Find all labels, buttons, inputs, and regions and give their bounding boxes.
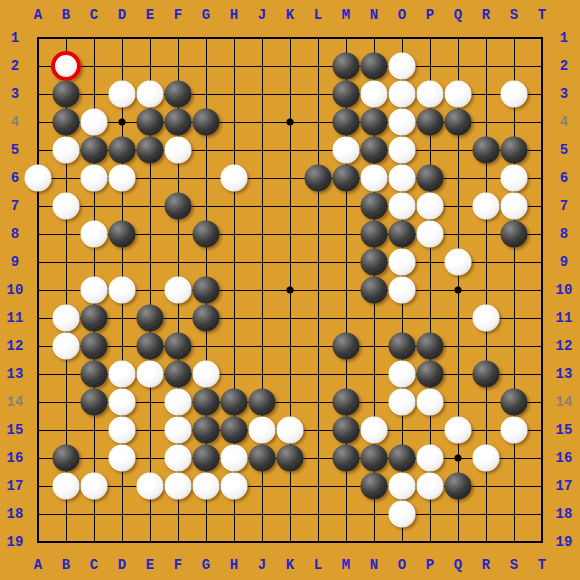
stone-white-O18 [389, 501, 416, 528]
col-label-bottom-T: T [538, 557, 546, 573]
stone-white-F5 [165, 137, 192, 164]
stone-white-O2 [389, 53, 416, 80]
stone-black-S8 [501, 221, 528, 248]
row-label-left-4: 4 [11, 114, 19, 130]
row-label-right-9: 9 [560, 254, 568, 270]
grid-line [38, 318, 543, 319]
stone-white-C6 [81, 165, 108, 192]
stone-white-D16 [109, 445, 136, 472]
stone-black-F4 [165, 109, 192, 136]
stone-black-C5 [81, 137, 108, 164]
stone-black-E4 [137, 109, 164, 136]
stone-white-A6 [25, 165, 52, 192]
stone-white-D10 [109, 277, 136, 304]
stone-black-S5 [501, 137, 528, 164]
row-label-right-10: 10 [556, 282, 573, 298]
stone-black-R13 [473, 361, 500, 388]
col-label-top-D: D [118, 7, 126, 23]
stone-black-C12 [81, 333, 108, 360]
stone-white-B11 [53, 305, 80, 332]
stone-black-G14 [193, 389, 220, 416]
col-label-bottom-M: M [342, 557, 350, 573]
row-label-right-8: 8 [560, 226, 568, 242]
stone-black-E11 [137, 305, 164, 332]
stone-white-B12 [53, 333, 80, 360]
col-label-top-O: O [398, 7, 406, 23]
col-label-top-G: G [202, 7, 210, 23]
col-label-top-H: H [230, 7, 238, 23]
row-label-right-12: 12 [556, 338, 573, 354]
stone-black-N10 [361, 277, 388, 304]
stone-white-Q9 [445, 249, 472, 276]
stone-black-S14 [501, 389, 528, 416]
stone-white-O17 [389, 473, 416, 500]
star-point-D4 [119, 119, 126, 126]
col-label-bottom-G: G [202, 557, 210, 573]
col-label-bottom-D: D [118, 557, 126, 573]
row-label-left-9: 9 [11, 254, 19, 270]
star-point-K10 [287, 287, 294, 294]
stone-black-G15 [193, 417, 220, 444]
stone-white-K15 [277, 417, 304, 444]
row-label-right-17: 17 [556, 478, 573, 494]
grid-line [514, 38, 515, 543]
stone-black-P6 [417, 165, 444, 192]
stone-white-P3 [417, 81, 444, 108]
col-label-top-T: T [538, 7, 546, 23]
stone-black-M2 [333, 53, 360, 80]
row-label-left-14: 14 [7, 394, 24, 410]
stone-black-G11 [193, 305, 220, 332]
col-label-top-N: N [370, 7, 378, 23]
grid-line [38, 542, 543, 543]
stone-black-C11 [81, 305, 108, 332]
row-label-right-4: 4 [560, 114, 568, 130]
row-label-left-18: 18 [7, 506, 24, 522]
row-label-left-3: 3 [11, 86, 19, 102]
row-label-right-2: 2 [560, 58, 568, 74]
row-label-right-18: 18 [556, 506, 573, 522]
col-label-bottom-P: P [426, 557, 434, 573]
stone-black-G4 [193, 109, 220, 136]
stone-black-B3 [53, 81, 80, 108]
row-label-left-6: 6 [11, 170, 19, 186]
stone-black-D5 [109, 137, 136, 164]
stone-black-H15 [221, 417, 248, 444]
col-label-top-S: S [510, 7, 518, 23]
col-label-bottom-A: A [34, 557, 42, 573]
stone-black-N7 [361, 193, 388, 220]
stone-white-Q15 [445, 417, 472, 444]
stone-white-R7 [473, 193, 500, 220]
col-label-bottom-O: O [398, 557, 406, 573]
stone-black-M4 [333, 109, 360, 136]
stone-white-C8 [81, 221, 108, 248]
row-label-right-15: 15 [556, 422, 573, 438]
row-label-right-1: 1 [560, 30, 568, 46]
grid-line [38, 514, 543, 515]
col-label-bottom-K: K [286, 557, 294, 573]
stone-white-B17 [53, 473, 80, 500]
row-label-left-13: 13 [7, 366, 24, 382]
col-label-top-A: A [34, 7, 42, 23]
row-label-left-16: 16 [7, 450, 24, 466]
row-label-left-15: 15 [7, 422, 24, 438]
stone-black-Q4 [445, 109, 472, 136]
col-label-bottom-Q: Q [454, 557, 462, 573]
row-label-left-19: 19 [7, 534, 24, 550]
row-label-left-17: 17 [7, 478, 24, 494]
stone-black-R5 [473, 137, 500, 164]
col-label-bottom-B: B [62, 557, 70, 573]
stone-white-P7 [417, 193, 444, 220]
stone-black-M14 [333, 389, 360, 416]
stone-white-N15 [361, 417, 388, 444]
row-label-left-2: 2 [11, 58, 19, 74]
col-label-top-K: K [286, 7, 294, 23]
star-point-Q10 [455, 287, 462, 294]
grid-line [38, 346, 543, 347]
col-label-bottom-C: C [90, 557, 98, 573]
col-label-top-P: P [426, 7, 434, 23]
row-label-right-19: 19 [556, 534, 573, 550]
row-label-right-13: 13 [556, 366, 573, 382]
stone-white-D14 [109, 389, 136, 416]
stone-black-G10 [193, 277, 220, 304]
stone-white-O7 [389, 193, 416, 220]
stone-black-J14 [249, 389, 276, 416]
grid-line [542, 38, 543, 543]
row-label-right-3: 3 [560, 86, 568, 102]
stone-white-O4 [389, 109, 416, 136]
row-label-right-16: 16 [556, 450, 573, 466]
stone-black-G16 [193, 445, 220, 472]
stone-white-C4 [81, 109, 108, 136]
stone-black-J16 [249, 445, 276, 472]
stone-white-P16 [417, 445, 444, 472]
stone-white-O3 [389, 81, 416, 108]
row-label-left-5: 5 [11, 142, 19, 158]
stone-white-O14 [389, 389, 416, 416]
row-label-right-6: 6 [560, 170, 568, 186]
stone-black-F13 [165, 361, 192, 388]
col-label-bottom-J: J [258, 557, 266, 573]
col-label-top-E: E [146, 7, 154, 23]
stone-black-N4 [361, 109, 388, 136]
stone-black-C13 [81, 361, 108, 388]
stone-black-N17 [361, 473, 388, 500]
col-label-bottom-R: R [482, 557, 490, 573]
row-label-right-5: 5 [560, 142, 568, 158]
stone-black-N9 [361, 249, 388, 276]
col-label-top-C: C [90, 7, 98, 23]
stone-white-S3 [501, 81, 528, 108]
stone-white-O5 [389, 137, 416, 164]
stone-black-D8 [109, 221, 136, 248]
stone-black-N5 [361, 137, 388, 164]
stone-black-M3 [333, 81, 360, 108]
stone-black-P13 [417, 361, 444, 388]
stone-white-B5 [53, 137, 80, 164]
stone-white-F10 [165, 277, 192, 304]
stone-white-Q3 [445, 81, 472, 108]
stone-white-O10 [389, 277, 416, 304]
row-label-left-8: 8 [11, 226, 19, 242]
row-label-left-1: 1 [11, 30, 19, 46]
stone-white-F17 [165, 473, 192, 500]
stone-white-E3 [137, 81, 164, 108]
stone-black-N8 [361, 221, 388, 248]
stone-black-H14 [221, 389, 248, 416]
stone-white-H6 [221, 165, 248, 192]
col-label-bottom-L: L [314, 557, 322, 573]
stone-black-F7 [165, 193, 192, 220]
star-point-K4 [287, 119, 294, 126]
stone-white-F14 [165, 389, 192, 416]
row-label-right-11: 11 [556, 310, 573, 326]
stone-white-D6 [109, 165, 136, 192]
stone-white-N6 [361, 165, 388, 192]
stone-white-R11 [473, 305, 500, 332]
stone-black-M12 [333, 333, 360, 360]
stone-white-D15 [109, 417, 136, 444]
stone-white-S6 [501, 165, 528, 192]
col-label-bottom-F: F [174, 557, 182, 573]
row-label-left-11: 11 [7, 310, 24, 326]
stone-white-H16 [221, 445, 248, 472]
stone-black-B4 [53, 109, 80, 136]
stone-white-C17 [81, 473, 108, 500]
stone-black-L6 [305, 165, 332, 192]
stone-black-C14 [81, 389, 108, 416]
grid-line [318, 38, 319, 543]
col-label-bottom-H: H [230, 557, 238, 573]
col-label-top-Q: Q [454, 7, 462, 23]
stone-white-P14 [417, 389, 444, 416]
stone-black-N16 [361, 445, 388, 472]
stone-black-O12 [389, 333, 416, 360]
stone-white-N3 [361, 81, 388, 108]
stone-black-M15 [333, 417, 360, 444]
col-label-top-M: M [342, 7, 350, 23]
stone-white-B7 [53, 193, 80, 220]
stone-white-F16 [165, 445, 192, 472]
stone-black-E5 [137, 137, 164, 164]
go-board[interactable]: AABBCCDDEEFFGGHHJJKKLLMMNNOOPPQQRRSSTT11… [0, 0, 580, 580]
stone-white-M5 [333, 137, 360, 164]
stone-black-Q17 [445, 473, 472, 500]
stone-white-S7 [501, 193, 528, 220]
stone-white-F15 [165, 417, 192, 444]
col-label-top-B: B [62, 7, 70, 23]
row-label-left-12: 12 [7, 338, 24, 354]
stone-black-N2 [361, 53, 388, 80]
col-label-top-L: L [314, 7, 322, 23]
stone-black-O8 [389, 221, 416, 248]
row-label-left-7: 7 [11, 198, 19, 214]
stone-black-G8 [193, 221, 220, 248]
stone-white-P17 [417, 473, 444, 500]
stone-black-B16 [53, 445, 80, 472]
stone-white-O9 [389, 249, 416, 276]
stone-white-O13 [389, 361, 416, 388]
stone-white-H17 [221, 473, 248, 500]
stone-white-E13 [137, 361, 164, 388]
stone-white-G17 [193, 473, 220, 500]
stone-black-E12 [137, 333, 164, 360]
col-label-bottom-S: S [510, 557, 518, 573]
stone-white-S15 [501, 417, 528, 444]
stone-black-M16 [333, 445, 360, 472]
stone-black-F12 [165, 333, 192, 360]
stone-black-P12 [417, 333, 444, 360]
stone-white-D13 [109, 361, 136, 388]
stone-white-G13 [193, 361, 220, 388]
row-label-right-14: 14 [556, 394, 573, 410]
stone-black-M6 [333, 165, 360, 192]
star-point-Q16 [455, 455, 462, 462]
stone-white-J15 [249, 417, 276, 444]
col-label-top-J: J [258, 7, 266, 23]
col-label-bottom-E: E [146, 557, 154, 573]
stone-white-D3 [109, 81, 136, 108]
stone-black-F3 [165, 81, 192, 108]
stone-black-P4 [417, 109, 444, 136]
stone-black-K16 [277, 445, 304, 472]
row-label-left-10: 10 [7, 282, 24, 298]
stone-white-P8 [417, 221, 444, 248]
stone-white-B2 [51, 51, 81, 81]
stone-white-R16 [473, 445, 500, 472]
row-label-right-7: 7 [560, 198, 568, 214]
stone-white-E17 [137, 473, 164, 500]
col-label-top-R: R [482, 7, 490, 23]
stone-white-O6 [389, 165, 416, 192]
stone-black-O16 [389, 445, 416, 472]
stone-white-C10 [81, 277, 108, 304]
col-label-top-F: F [174, 7, 182, 23]
col-label-bottom-N: N [370, 557, 378, 573]
